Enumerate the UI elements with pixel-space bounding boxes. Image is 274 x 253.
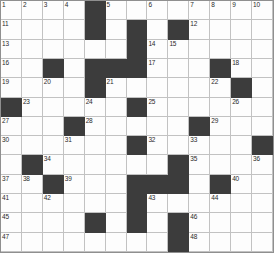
- grid-cell-r7c11[interactable]: 29: [210, 117, 231, 136]
- grid-cell-r5c13[interactable]: [252, 78, 273, 97]
- grid-cell-r3c6[interactable]: [106, 40, 127, 59]
- grid-cell-r11c10[interactable]: [189, 194, 210, 213]
- grid-cell-r2c8[interactable]: [147, 20, 168, 39]
- clue-number-6: 6: [148, 1, 151, 9]
- grid-cell-r10c2[interactable]: 38: [22, 175, 43, 194]
- grid-cell-r10c1[interactable]: 37: [1, 175, 22, 194]
- grid-cell-r8c9[interactable]: [168, 136, 189, 155]
- black-cell-r4c3: [43, 59, 64, 78]
- clue-number-3: 3: [44, 1, 47, 9]
- grid-cell-r8c2[interactable]: [22, 136, 43, 155]
- black-cell-r4c11: [210, 59, 231, 78]
- grid-cell-r9c3[interactable]: 34: [43, 155, 64, 174]
- grid-cell-r1c11[interactable]: 8: [210, 1, 231, 20]
- clue-number-29: 29: [211, 117, 218, 125]
- clue-number-22: 22: [211, 78, 218, 86]
- grid-cell-r2c13[interactable]: [252, 20, 273, 39]
- grid-cell-r6c13[interactable]: [252, 98, 273, 117]
- clue-number-44: 44: [211, 194, 218, 202]
- grid-cell-r8c10[interactable]: 33: [189, 136, 210, 155]
- clue-number-9: 9: [232, 1, 235, 9]
- grid-cell-r1c8[interactable]: 6: [147, 1, 168, 20]
- grid-cell-r6c4[interactable]: [64, 98, 85, 117]
- grid-cell-r12c3[interactable]: [43, 213, 64, 232]
- clue-number-43: 43: [148, 194, 155, 202]
- grid-cell-r5c8[interactable]: [147, 78, 168, 97]
- grid-cell-r5c2[interactable]: [22, 78, 43, 97]
- clue-number-48: 48: [190, 233, 197, 241]
- black-cell-r9c9: [168, 155, 189, 174]
- clue-number-2: 2: [23, 1, 26, 9]
- grid-cell-r13c1[interactable]: 47: [1, 233, 22, 252]
- grid-cell-r9c4[interactable]: [64, 155, 85, 174]
- grid-cell-r2c10[interactable]: 12: [189, 20, 210, 39]
- grid-cell-r3c2[interactable]: [22, 40, 43, 59]
- grid-cell-r2c4[interactable]: [64, 20, 85, 39]
- grid-cell-r7c9[interactable]: [168, 117, 189, 136]
- grid-cell-r2c3[interactable]: [43, 20, 64, 39]
- black-cell-r10c8: [147, 175, 168, 194]
- grid-cell-r10c4[interactable]: 39: [64, 175, 85, 194]
- black-cell-r10c3: [43, 175, 64, 194]
- grid-cell-r4c9[interactable]: [168, 59, 189, 78]
- grid-cell-r12c4[interactable]: [64, 213, 85, 232]
- clue-number-41: 41: [2, 194, 9, 202]
- black-cell-r12c7: [127, 213, 148, 232]
- grid-cell-r8c4[interactable]: 31: [64, 136, 85, 155]
- clue-number-16: 16: [2, 59, 9, 67]
- clue-number-7: 7: [190, 1, 193, 9]
- clue-number-10: 10: [253, 1, 260, 9]
- black-cell-r4c7: [127, 59, 148, 78]
- black-cell-r2c5: [85, 20, 106, 39]
- grid-cell-r5c6[interactable]: 21: [106, 78, 127, 97]
- grid-cell-r4c2[interactable]: [22, 59, 43, 78]
- clue-number-36: 36: [253, 155, 260, 163]
- grid-cell-r1c3[interactable]: 3: [43, 1, 64, 20]
- clue-number-39: 39: [65, 175, 72, 183]
- grid-cell-r7c5[interactable]: 28: [85, 117, 106, 136]
- grid-cell-r10c12[interactable]: 40: [231, 175, 252, 194]
- grid-cell-r11c9[interactable]: [168, 194, 189, 213]
- grid-cell-r1c12[interactable]: 9: [231, 1, 252, 20]
- grid-cell-r13c11[interactable]: [210, 233, 231, 252]
- black-cell-r7c10: [189, 117, 210, 136]
- black-cell-r12c5: [85, 213, 106, 232]
- clue-number-25: 25: [148, 98, 155, 106]
- grid-cell-r11c1[interactable]: 41: [1, 194, 22, 213]
- grid-cell-r13c3[interactable]: [43, 233, 64, 252]
- grid-cell-r9c10[interactable]: 35: [189, 155, 210, 174]
- grid-cell-r5c7[interactable]: [127, 78, 148, 97]
- clue-number-4: 4: [65, 1, 68, 9]
- clue-number-15: 15: [169, 40, 176, 48]
- grid-cell-r8c6[interactable]: [106, 136, 127, 155]
- clue-number-26: 26: [232, 98, 239, 106]
- grid-cell-r1c10[interactable]: 7: [189, 1, 210, 20]
- black-cell-r3c7: [127, 40, 148, 59]
- grid-cell-r2c11[interactable]: [210, 20, 231, 39]
- grid-cell-r12c2[interactable]: [22, 213, 43, 232]
- grid-cell-r9c7[interactable]: [127, 155, 148, 174]
- grid-cell-r13c8[interactable]: [147, 233, 168, 252]
- black-cell-r2c9: [168, 20, 189, 39]
- grid-cell-r3c13[interactable]: [252, 40, 273, 59]
- grid-cell-r12c12[interactable]: [231, 213, 252, 232]
- grid-cell-r11c13[interactable]: [252, 194, 273, 213]
- clue-number-17: 17: [148, 59, 155, 67]
- grid-cell-r8c3[interactable]: [43, 136, 64, 155]
- grid-cell-r7c6[interactable]: [106, 117, 127, 136]
- clue-number-24: 24: [86, 98, 93, 106]
- black-cell-r4c5: [85, 59, 106, 78]
- black-cell-r6c7: [127, 98, 148, 117]
- clue-number-32: 32: [148, 136, 155, 144]
- grid-cell-r3c11[interactable]: [210, 40, 231, 59]
- black-cell-r5c5: [85, 78, 106, 97]
- grid-cell-r13c12[interactable]: [231, 233, 252, 252]
- grid-cell-r11c3[interactable]: 42: [43, 194, 64, 213]
- grid-cell-r8c1[interactable]: 30: [1, 136, 22, 155]
- grid-cell-r1c7[interactable]: [127, 1, 148, 20]
- grid-cell-r5c10[interactable]: [189, 78, 210, 97]
- grid-cell-r2c2[interactable]: [22, 20, 43, 39]
- clue-number-45: 45: [2, 213, 9, 221]
- grid-cell-r7c8[interactable]: [147, 117, 168, 136]
- grid-cell-r10c6[interactable]: [106, 175, 127, 194]
- black-cell-r6c1: [1, 98, 22, 117]
- grid-cell-r11c6[interactable]: [106, 194, 127, 213]
- clue-number-14: 14: [148, 40, 155, 48]
- grid-cell-r12c13[interactable]: [252, 213, 273, 232]
- grid-cell-r11c4[interactable]: [64, 194, 85, 213]
- grid-cell-r6c11[interactable]: [210, 98, 231, 117]
- clue-number-5: 5: [107, 1, 110, 9]
- grid-cell-r1c13[interactable]: 10: [252, 1, 273, 20]
- grid-cell-r8c11[interactable]: [210, 136, 231, 155]
- clue-number-47: 47: [2, 233, 9, 241]
- grid-cell-r4c1[interactable]: 16: [1, 59, 22, 78]
- black-cell-r10c7: [127, 175, 148, 194]
- grid-cell-r12c1[interactable]: 45: [1, 213, 22, 232]
- black-cell-r8c7: [127, 136, 148, 155]
- clue-number-11: 11: [2, 20, 8, 28]
- grid-cell-r3c1[interactable]: 13: [1, 40, 22, 59]
- grid-cell-r12c11[interactable]: [210, 213, 231, 232]
- grid-cell-r9c13[interactable]: 36: [252, 155, 273, 174]
- black-cell-r11c7: [127, 194, 148, 213]
- clue-number-30: 30: [2, 136, 9, 144]
- grid-cell-r7c2[interactable]: [22, 117, 43, 136]
- clue-number-8: 8: [211, 1, 214, 9]
- grid-cell-r3c4[interactable]: [64, 40, 85, 59]
- clue-number-12: 12: [190, 20, 197, 28]
- grid-cell-r11c5[interactable]: [85, 194, 106, 213]
- clue-number-27: 27: [2, 117, 9, 125]
- black-cell-r8c13: [252, 136, 273, 155]
- grid-cell-r8c8[interactable]: 32: [147, 136, 168, 155]
- grid-cell-r12c6[interactable]: [106, 213, 127, 232]
- clue-number-18: 18: [232, 59, 239, 67]
- clue-number-40: 40: [232, 175, 239, 183]
- grid-cell-r10c10[interactable]: [189, 175, 210, 194]
- grid-cell-r12c10[interactable]: 46: [189, 213, 210, 232]
- black-cell-r7c4: [64, 117, 85, 136]
- crossword-puzzle: 1234567891011121314151617181920212223242…: [0, 0, 274, 253]
- grid-cell-r2c6[interactable]: [106, 20, 127, 39]
- grid-cell-r13c6[interactable]: [106, 233, 127, 252]
- grid-cell-r3c3[interactable]: [43, 40, 64, 59]
- black-cell-r10c11: [210, 175, 231, 194]
- grid-cell-r2c1[interactable]: 11: [1, 20, 22, 39]
- grid-cell-r4c10[interactable]: [189, 59, 210, 78]
- clue-number-34: 34: [44, 155, 51, 163]
- crossword-grid: 1234567891011121314151617181920212223242…: [0, 0, 274, 253]
- clue-number-19: 19: [2, 78, 9, 86]
- grid-cell-r1c1[interactable]: 1: [1, 1, 22, 20]
- grid-cell-r4c12[interactable]: 18: [231, 59, 252, 78]
- grid-cell-r10c5[interactable]: [85, 175, 106, 194]
- grid-cell-r13c5[interactable]: [85, 233, 106, 252]
- grid-cell-r5c3[interactable]: 20: [43, 78, 64, 97]
- grid-cell-r3c10[interactable]: [189, 40, 210, 59]
- clue-number-46: 46: [190, 213, 197, 221]
- grid-cell-r4c4[interactable]: [64, 59, 85, 78]
- grid-cell-r13c7[interactable]: [127, 233, 148, 252]
- grid-cell-r3c8[interactable]: 14: [147, 40, 168, 59]
- grid-cell-r3c5[interactable]: [85, 40, 106, 59]
- black-cell-r1c5: [85, 1, 106, 20]
- grid-cell-r2c12[interactable]: [231, 20, 252, 39]
- grid-cell-r7c13[interactable]: [252, 117, 273, 136]
- grid-cell-r11c8[interactable]: 43: [147, 194, 168, 213]
- clue-number-23: 23: [23, 98, 30, 106]
- grid-cell-r6c8[interactable]: 25: [147, 98, 168, 117]
- clue-number-1: 1: [2, 1, 5, 9]
- grid-cell-r7c3[interactable]: [43, 117, 64, 136]
- grid-cell-r5c4[interactable]: [64, 78, 85, 97]
- grid-cell-r6c12[interactable]: 26: [231, 98, 252, 117]
- grid-cell-r7c12[interactable]: [231, 117, 252, 136]
- grid-cell-r11c12[interactable]: [231, 194, 252, 213]
- grid-cell-r7c7[interactable]: [127, 117, 148, 136]
- clue-number-20: 20: [44, 78, 51, 86]
- grid-cell-r9c6[interactable]: [106, 155, 127, 174]
- grid-cell-r10c13[interactable]: [252, 175, 273, 194]
- grid-cell-r5c11[interactable]: 22: [210, 78, 231, 97]
- clue-number-13: 13: [2, 40, 9, 48]
- grid-cell-r13c2[interactable]: [22, 233, 43, 252]
- black-cell-r5c12: [231, 78, 252, 97]
- grid-cell-r1c9[interactable]: [168, 1, 189, 20]
- grid-cell-r13c13[interactable]: [252, 233, 273, 252]
- black-cell-r9c2: [22, 155, 43, 174]
- grid-cell-r9c8[interactable]: [147, 155, 168, 174]
- grid-cell-r9c5[interactable]: [85, 155, 106, 174]
- clue-number-31: 31: [65, 136, 72, 144]
- grid-cell-r1c2[interactable]: 2: [22, 1, 43, 20]
- grid-cell-r4c8[interactable]: 17: [147, 59, 168, 78]
- clue-number-33: 33: [190, 136, 197, 144]
- grid-cell-r8c5[interactable]: [85, 136, 106, 155]
- grid-cell-r3c12[interactable]: [231, 40, 252, 59]
- grid-cell-r7c1[interactable]: 27: [1, 117, 22, 136]
- black-cell-r4c6: [106, 59, 127, 78]
- black-cell-r2c7: [127, 20, 148, 39]
- grid-cell-r9c1[interactable]: [1, 155, 22, 174]
- grid-cell-r5c1[interactable]: 19: [1, 78, 22, 97]
- grid-cell-r1c4[interactable]: 4: [64, 1, 85, 20]
- black-cell-r13c9: [168, 233, 189, 252]
- grid-cell-r8c12[interactable]: [231, 136, 252, 155]
- grid-cell-r11c2[interactable]: [22, 194, 43, 213]
- clue-number-42: 42: [44, 194, 51, 202]
- grid-cell-r5c9[interactable]: [168, 78, 189, 97]
- black-cell-r12c9: [168, 213, 189, 232]
- clue-number-38: 38: [23, 175, 30, 183]
- grid-cell-r9c12[interactable]: [231, 155, 252, 174]
- clue-number-21: 21: [107, 78, 114, 86]
- grid-cell-r6c2[interactable]: 23: [22, 98, 43, 117]
- clue-number-37: 37: [2, 175, 9, 183]
- clue-number-35: 35: [190, 155, 197, 163]
- grid-cell-r6c9[interactable]: [168, 98, 189, 117]
- clue-number-28: 28: [86, 117, 93, 125]
- grid-cell-r6c5[interactable]: 24: [85, 98, 106, 117]
- grid-cell-r6c10[interactable]: [189, 98, 210, 117]
- grid-cell-r1c6[interactable]: 5: [106, 1, 127, 20]
- grid-cell-r3c9[interactable]: 15: [168, 40, 189, 59]
- grid-cell-r13c10[interactable]: 48: [189, 233, 210, 252]
- grid-cell-r9c11[interactable]: [210, 155, 231, 174]
- grid-cell-r12c8[interactable]: [147, 213, 168, 232]
- grid-cell-r6c3[interactable]: [43, 98, 64, 117]
- grid-cell-r11c11[interactable]: 44: [210, 194, 231, 213]
- grid-cell-r4c13[interactable]: [252, 59, 273, 78]
- black-cell-r10c9: [168, 175, 189, 194]
- grid-cell-r6c6[interactable]: [106, 98, 127, 117]
- grid-cell-r13c4[interactable]: [64, 233, 85, 252]
